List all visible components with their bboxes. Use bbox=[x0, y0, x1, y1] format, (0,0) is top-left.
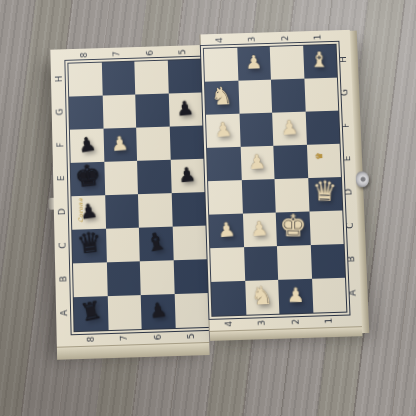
square-h8 bbox=[68, 63, 102, 97]
file-label-right-E: E bbox=[340, 152, 353, 166]
piece-black-bishop-c6: ♝ bbox=[143, 227, 170, 256]
square-d4 bbox=[208, 180, 242, 214]
file-label-left-G: G bbox=[53, 105, 66, 119]
square-c7 bbox=[106, 228, 140, 263]
file-label-left-D: D bbox=[55, 205, 68, 219]
piece-white-pawn-c3: ♟ bbox=[250, 218, 269, 239]
square-g3 bbox=[238, 80, 272, 114]
rank-label-bottom-5: 5 bbox=[184, 329, 197, 343]
square-f6 bbox=[136, 127, 170, 161]
piece-black-pawn-e5: ♟ bbox=[177, 164, 197, 185]
piece-white-pawn-c4: ♟ bbox=[217, 219, 236, 240]
rank-label-top-2: 2 bbox=[278, 31, 291, 45]
piece-black-pawn-g5: ♟ bbox=[175, 97, 195, 118]
rank-label-top-8: 8 bbox=[77, 48, 90, 62]
rank-label-bottom-6: 6 bbox=[151, 330, 164, 344]
piece-black-king-e8: ♚ bbox=[73, 160, 103, 192]
piece-white-knight-a3: ♞ bbox=[250, 282, 273, 308]
playfield-right: ♟♞♟♟♟♟♟♚♛♝♞♟ bbox=[203, 44, 348, 317]
rank-label-bottom-3: 3 bbox=[255, 316, 268, 330]
file-label-left-C: C bbox=[56, 238, 69, 252]
square-e4 bbox=[207, 147, 241, 181]
square-d6 bbox=[138, 193, 172, 228]
rank-label-top-6: 6 bbox=[143, 46, 156, 60]
square-c1 bbox=[309, 210, 344, 245]
square-b3 bbox=[244, 246, 279, 281]
file-label-right-D: D bbox=[342, 185, 355, 199]
square-h6 bbox=[134, 61, 168, 95]
file-label-left-B: B bbox=[57, 272, 70, 286]
file-label-left-A: A bbox=[57, 306, 70, 320]
square-h7 bbox=[101, 62, 135, 96]
square-e2 bbox=[273, 145, 307, 179]
square-a5 bbox=[174, 293, 209, 328]
chess-board: ♜♛♟♚♟♝♟♟♟♟ Corona HGFEDCBA88776655 ♟♞♟♟♟… bbox=[42, 27, 369, 379]
file-label-right-G: G bbox=[338, 85, 351, 99]
square-b1 bbox=[310, 244, 345, 279]
square-f3 bbox=[239, 113, 273, 147]
piece-black-queen-c8: ♛ bbox=[75, 228, 103, 258]
piece-white-pawn-f2: ♟ bbox=[280, 117, 299, 138]
square-f5 bbox=[169, 126, 203, 160]
rank-label-bottom-2: 2 bbox=[289, 315, 303, 329]
file-label-left-E: E bbox=[55, 171, 68, 185]
file-label-left-F: F bbox=[54, 138, 67, 152]
piece-white-king-c2: ♚ bbox=[279, 210, 307, 241]
photo-scene: ♜♛♟♚♟♝♟♟♟♟ Corona HGFEDCBA88776655 ♟♞♟♟♟… bbox=[0, 0, 416, 416]
file-label-right-A: A bbox=[346, 286, 360, 300]
square-b6 bbox=[140, 260, 174, 295]
piece-white-knight-g4: ♞ bbox=[210, 83, 233, 108]
square-b7 bbox=[106, 261, 140, 296]
piece-white-pawn-f4: ♟ bbox=[213, 119, 232, 140]
square-a1 bbox=[312, 278, 347, 313]
rank-label-top-1: 1 bbox=[311, 30, 324, 44]
piece-black-pawn-f8: ♟ bbox=[76, 133, 97, 155]
rank-label-bottom-1: 1 bbox=[322, 313, 336, 327]
piece-white-pawn-e3: ♟ bbox=[248, 151, 267, 172]
piece-white-pawn-f7: ♟ bbox=[110, 133, 129, 154]
square-g7 bbox=[102, 95, 136, 129]
file-label-right-B: B bbox=[344, 252, 358, 266]
playfield-left: ♜♛♟♚♟♝♟♟♟♟ bbox=[67, 59, 209, 333]
square-b2 bbox=[277, 245, 312, 280]
square-c5 bbox=[172, 226, 206, 261]
piece-white-pawn-a2: ♟ bbox=[286, 285, 304, 305]
piece-black-rook-a8: ♜ bbox=[78, 298, 104, 326]
hinge-nub bbox=[49, 198, 54, 210]
rank-label-bottom-7: 7 bbox=[117, 331, 130, 345]
rank-label-top-4: 4 bbox=[212, 33, 225, 47]
file-label-right-H: H bbox=[336, 53, 349, 67]
square-a7 bbox=[107, 295, 141, 330]
square-b8 bbox=[73, 262, 107, 297]
piece-black-pawn-a6: ♟ bbox=[148, 299, 168, 321]
square-b4 bbox=[210, 247, 245, 282]
square-e6 bbox=[137, 160, 171, 194]
crown-emblem-icon: ♛ bbox=[314, 152, 324, 160]
square-d5 bbox=[171, 192, 205, 227]
piece-white-pawn-h3: ♟ bbox=[245, 53, 262, 72]
square-g6 bbox=[135, 94, 169, 128]
file-label-right-C: C bbox=[343, 218, 356, 232]
square-a4 bbox=[211, 281, 246, 316]
file-label-left-H: H bbox=[52, 72, 65, 86]
rank-label-top-3: 3 bbox=[245, 32, 258, 46]
rank-label-bottom-8: 8 bbox=[84, 332, 97, 346]
rank-label-bottom-4: 4 bbox=[222, 317, 235, 331]
board-right-half: ♟♞♟♟♟♟♟♚♛♝♞♟ ♛ HGFEDCBA44332211 bbox=[199, 30, 361, 331]
rank-label-top-5: 5 bbox=[176, 45, 189, 59]
square-d3 bbox=[241, 179, 275, 213]
rank-label-top-7: 7 bbox=[110, 47, 123, 61]
square-e1 bbox=[306, 144, 340, 178]
piece-white-bishop-h1: ♝ bbox=[310, 49, 330, 70]
square-h5 bbox=[167, 60, 201, 94]
square-g8 bbox=[69, 96, 103, 130]
square-b5 bbox=[173, 259, 207, 294]
square-e7 bbox=[104, 161, 138, 195]
board-left-side-face bbox=[57, 342, 210, 360]
board-left-half: ♜♛♟♚♟♝♟♟♟♟ Corona HGFEDCBA88776655 bbox=[50, 45, 209, 347]
piece-white-queen-d1: ♛ bbox=[312, 178, 337, 206]
square-d7 bbox=[105, 194, 139, 229]
square-h4 bbox=[204, 48, 238, 82]
piece-black-pawn-d8: ♟ bbox=[78, 200, 98, 222]
file-label-right-F: F bbox=[339, 118, 352, 132]
square-f1 bbox=[305, 111, 339, 145]
square-g1 bbox=[304, 78, 338, 112]
square-h2 bbox=[270, 46, 304, 80]
square-g2 bbox=[271, 79, 305, 113]
